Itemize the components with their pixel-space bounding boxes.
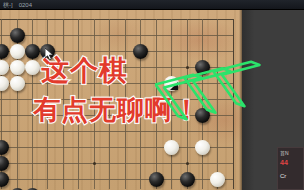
star-point <box>186 66 189 69</box>
watermark-panel: 首N 44 Cr <box>277 147 304 190</box>
black-stone <box>0 156 9 171</box>
white-stone <box>210 172 225 187</box>
grid-hline <box>0 35 234 36</box>
grid-vline <box>217 19 218 190</box>
star-point <box>93 162 96 165</box>
white-stone <box>164 140 179 155</box>
grid-vline <box>233 19 235 190</box>
grid-hline <box>0 179 234 180</box>
black-stone <box>180 172 195 187</box>
watermark-line2: 44 <box>280 157 303 169</box>
black-stone <box>0 172 9 187</box>
grid-vline <box>202 19 203 190</box>
window-title: 棋-] <box>3 0 13 10</box>
last-move-triangle-marker <box>170 82 178 90</box>
grid-hline <box>0 131 234 132</box>
white-stone <box>25 60 40 75</box>
white-stone <box>10 76 25 91</box>
grid-hline <box>0 163 234 164</box>
black-stone <box>25 188 40 190</box>
black-stone <box>25 44 40 59</box>
white-stone <box>164 76 179 91</box>
white-stone <box>10 44 25 59</box>
black-stone <box>0 140 9 155</box>
window-subtitle: 0204 <box>19 0 32 10</box>
white-stone <box>195 140 210 155</box>
title-bar: 棋-] 0204 <box>0 0 304 10</box>
black-stone <box>149 172 164 187</box>
black-stone <box>195 60 210 75</box>
caption-line1: 这个棋 <box>41 52 128 90</box>
star-point <box>186 162 189 165</box>
white-stone <box>0 76 9 91</box>
black-stone <box>10 28 25 43</box>
watermark-line3: Cr <box>280 169 303 183</box>
black-stone <box>10 188 25 190</box>
app-window: 棋-] 0204 这个棋 有点无聊啊！ 首N 44 Cr <box>0 0 304 190</box>
white-stone <box>0 60 9 75</box>
black-stone <box>0 44 9 59</box>
white-stone <box>10 60 25 75</box>
watermark-line1: 首N <box>280 150 303 157</box>
caption-line2: 有点无聊啊！ <box>33 92 201 128</box>
black-stone <box>133 44 148 59</box>
grid-hline <box>0 19 234 21</box>
